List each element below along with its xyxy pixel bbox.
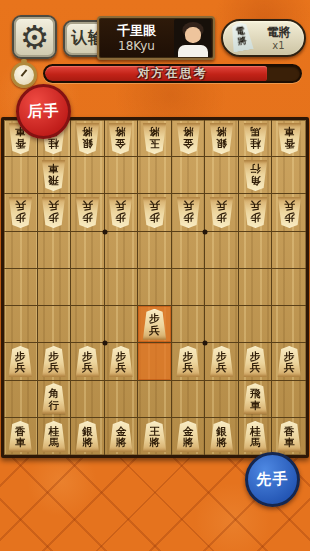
shogi-piece[interactable]: 步兵: [40, 197, 67, 228]
shogi-piece[interactable]: 角行: [242, 160, 269, 191]
board-cell[interactable]: 步兵: [138, 306, 172, 343]
board-cell[interactable]: [105, 306, 139, 343]
board-cell[interactable]: 金將: [105, 120, 139, 157]
board-cell[interactable]: [138, 232, 172, 269]
shogi-piece[interactable]: 香車: [276, 123, 303, 154]
board-cell[interactable]: [105, 232, 139, 269]
board-cell[interactable]: [38, 269, 72, 306]
board-cell[interactable]: [172, 381, 206, 418]
shogi-piece[interactable]: 步兵: [276, 346, 303, 377]
board-cell[interactable]: 香車: [272, 418, 306, 455]
board-cell[interactable]: 玉將: [138, 120, 172, 157]
board-cell[interactable]: 銀將: [205, 418, 239, 455]
board-cell[interactable]: 銀將: [71, 120, 105, 157]
shogi-piece[interactable]: 角行: [40, 383, 67, 414]
board-cell[interactable]: [205, 306, 239, 343]
board-cell[interactable]: 步兵: [138, 194, 172, 231]
shogi-piece[interactable]: 金將: [107, 421, 134, 452]
shogi-piece[interactable]: 銀將: [208, 123, 235, 154]
board-cell[interactable]: [4, 232, 38, 269]
board-cell[interactable]: [4, 306, 38, 343]
board-cell[interactable]: [272, 269, 306, 306]
shogi-piece[interactable]: 步兵: [74, 346, 101, 377]
settings-button[interactable]: ⚙: [12, 15, 57, 59]
board-cell[interactable]: [272, 381, 306, 418]
shogi-piece[interactable]: 飛車: [242, 383, 269, 414]
board-cell[interactable]: 王將: [138, 418, 172, 455]
shogi-piece[interactable]: 步兵: [141, 197, 168, 228]
board-cell[interactable]: [138, 269, 172, 306]
shogi-piece[interactable]: 香車: [7, 421, 34, 452]
board-cell[interactable]: [172, 269, 206, 306]
board-cell[interactable]: [239, 269, 273, 306]
opponent-panel: 千里眼 18Kyu: [97, 16, 215, 60]
board-cell[interactable]: 銀將: [71, 418, 105, 455]
shogi-piece[interactable]: 桂馬: [242, 421, 269, 452]
board-cell[interactable]: [272, 157, 306, 194]
board-cell[interactable]: [138, 381, 172, 418]
sente-badge: 先手: [245, 452, 300, 507]
shogi-piece[interactable]: 步兵: [175, 197, 202, 228]
board-cell[interactable]: [239, 232, 273, 269]
board-cell[interactable]: 桂馬: [38, 418, 72, 455]
board-cell[interactable]: [205, 232, 239, 269]
board-cell[interactable]: 步兵: [205, 194, 239, 231]
board-cell[interactable]: [71, 381, 105, 418]
denshou-name: 電將: [253, 25, 304, 39]
board-cell[interactable]: 桂馬: [239, 120, 273, 157]
board-cell[interactable]: [4, 157, 38, 194]
gear-icon: ⚙: [20, 21, 50, 54]
shogi-piece[interactable]: 步兵: [175, 346, 202, 377]
shogi-piece[interactable]: 步兵: [107, 346, 134, 377]
board-cell[interactable]: [172, 232, 206, 269]
board-cell[interactable]: 步兵: [239, 194, 273, 231]
board-cell[interactable]: [239, 306, 273, 343]
board-cell[interactable]: 步兵: [38, 194, 72, 231]
board-cell[interactable]: [38, 232, 72, 269]
board-cell[interactable]: 步兵: [172, 194, 206, 231]
shogi-piece[interactable]: 金將: [107, 123, 134, 154]
gote-badge: 后手: [16, 84, 71, 139]
board-cell[interactable]: 金將: [105, 418, 139, 455]
shogi-piece[interactable]: 王將: [141, 421, 168, 452]
board-cell[interactable]: 飛車: [38, 157, 72, 194]
board-cell[interactable]: 角行: [38, 381, 72, 418]
board-cell[interactable]: [4, 381, 38, 418]
shogi-piece[interactable]: 步兵: [40, 346, 67, 377]
board-cell[interactable]: [138, 157, 172, 194]
board-cell[interactable]: 步兵: [71, 194, 105, 231]
shogi-piece[interactable]: 飛車: [40, 160, 67, 191]
board-cell[interactable]: [205, 157, 239, 194]
board-cell[interactable]: [4, 269, 38, 306]
board-cell[interactable]: [105, 157, 139, 194]
board-cell[interactable]: [71, 269, 105, 306]
shogi-board-grid: 香車桂馬銀將金將玉將金將銀將桂馬香車飛車角行步兵步兵步兵步兵步兵步兵步兵步兵步兵…: [4, 120, 306, 455]
shogi-piece[interactable]: 桂馬: [242, 123, 269, 154]
board-cell[interactable]: 桂馬: [239, 418, 273, 455]
shogi-piece[interactable]: 銀將: [74, 123, 101, 154]
shogi-piece[interactable]: 步兵: [208, 346, 235, 377]
avatar-shirt: [178, 45, 208, 57]
shogi-piece[interactable]: 步兵: [107, 197, 134, 228]
denshou-piece-icon: 電 將: [227, 20, 255, 53]
board-cell[interactable]: 步兵: [4, 343, 38, 380]
board-cell[interactable]: 金將: [172, 120, 206, 157]
board-cell[interactable]: 香車: [272, 120, 306, 157]
board-cell[interactable]: 銀將: [205, 120, 239, 157]
board-cell[interactable]: 步兵: [205, 343, 239, 380]
board-cell[interactable]: [105, 381, 139, 418]
board-cell[interactable]: 步兵: [38, 343, 72, 380]
shogi-piece[interactable]: 金將: [175, 123, 202, 154]
star-point: [102, 341, 107, 346]
shogi-piece[interactable]: 步兵: [74, 197, 101, 228]
board-cell[interactable]: 角行: [239, 157, 273, 194]
board-cell[interactable]: 步兵: [172, 343, 206, 380]
board-cell[interactable]: [71, 306, 105, 343]
shogi-board: 香車桂馬銀將金將玉將金將銀將桂馬香車飛車角行步兵步兵步兵步兵步兵步兵步兵步兵步兵…: [1, 117, 309, 458]
avatar: [174, 19, 211, 57]
shogi-app: { "game": "shogi", "top_bar": { "setting…: [0, 0, 310, 551]
board-cell[interactable]: [205, 381, 239, 418]
avatar-face: [185, 27, 201, 43]
shogi-piece[interactable]: 步兵: [242, 346, 269, 377]
shogi-piece[interactable]: 步兵: [141, 309, 168, 340]
board-cell[interactable]: 飛車: [239, 381, 273, 418]
board-cell[interactable]: [138, 343, 172, 380]
denshou-texts: 電將 x1: [253, 25, 304, 50]
shogi-piece[interactable]: 步兵: [276, 197, 303, 228]
board-cell[interactable]: 步兵: [239, 343, 273, 380]
opponent-name: 千里眼: [99, 23, 174, 39]
board-cell[interactable]: [272, 306, 306, 343]
shogi-piece[interactable]: 步兵: [242, 197, 269, 228]
star-point: [102, 229, 107, 234]
stopwatch-icon: [11, 62, 37, 88]
board-cell[interactable]: [272, 232, 306, 269]
star-point: [203, 341, 208, 346]
board-cell[interactable]: 步兵: [105, 343, 139, 380]
board-cell[interactable]: 步兵: [272, 343, 306, 380]
thinking-progress-bar: 对方在思考: [43, 64, 302, 83]
board-cell[interactable]: [205, 269, 239, 306]
shogi-piece[interactable]: 步兵: [208, 197, 235, 228]
shogi-piece[interactable]: 步兵: [7, 197, 34, 228]
board-cell[interactable]: 步兵: [272, 194, 306, 231]
board-cell[interactable]: 步兵: [4, 194, 38, 231]
board-cell[interactable]: [71, 157, 105, 194]
board-cell[interactable]: [172, 306, 206, 343]
shogi-piece[interactable]: 桂馬: [40, 421, 67, 452]
board-cell[interactable]: 香車: [4, 418, 38, 455]
shogi-piece[interactable]: 銀將: [208, 421, 235, 452]
shogi-piece[interactable]: 步兵: [7, 346, 34, 377]
shogi-piece[interactable]: 玉將: [141, 123, 168, 154]
board-cell[interactable]: [105, 269, 139, 306]
board-cell[interactable]: [38, 306, 72, 343]
opponent-info: 千里眼 18Kyu: [99, 23, 174, 54]
star-point: [203, 229, 208, 234]
denshou-item-badge[interactable]: 電 將 電將 x1: [221, 19, 306, 57]
opponent-rank: 18Kyu: [99, 39, 174, 53]
board-cell[interactable]: 步兵: [105, 194, 139, 231]
board-cell[interactable]: 步兵: [71, 343, 105, 380]
shogi-piece[interactable]: 銀將: [74, 421, 101, 452]
board-cell[interactable]: [71, 232, 105, 269]
thinking-label: 对方在思考: [45, 64, 300, 81]
board-cell[interactable]: 金將: [172, 418, 206, 455]
board-cell[interactable]: [172, 157, 206, 194]
shogi-piece[interactable]: 金將: [175, 421, 202, 452]
shogi-piece[interactable]: 香車: [276, 421, 303, 452]
denshou-count: x1: [253, 40, 304, 51]
